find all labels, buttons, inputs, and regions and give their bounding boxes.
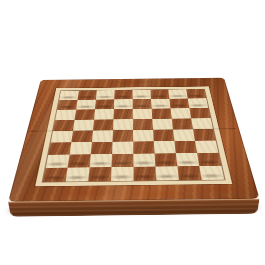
chess-board: ♜♞♝♚♛♝♞♜♟♟♟♟♟♟♟♟♟♟♟♟♟♟♟♟♜♞♝♛♚♝♞♜ <box>8 78 259 202</box>
square-d7 <box>114 99 133 109</box>
square-c8 <box>96 90 115 99</box>
square-f7 <box>151 99 171 109</box>
square-a8 <box>59 91 79 100</box>
square-b8 <box>78 90 97 99</box>
square-h7 <box>188 98 209 108</box>
square-d8 <box>114 90 132 99</box>
square-f8 <box>150 90 169 99</box>
square-c6 <box>94 109 114 119</box>
product-photo-scene: ♜♞♝♚♛♝♞♜♟♟♟♟♟♟♟♟♟♟♟♟♟♟♟♟♜♞♝♛♚♝♞♜ <box>0 0 265 265</box>
square-h6 <box>189 108 210 118</box>
square-a7 <box>57 100 77 110</box>
square-h8 <box>186 89 206 98</box>
square-b7 <box>76 100 96 110</box>
board-front-edge <box>8 199 259 217</box>
square-g7 <box>169 99 189 109</box>
square-e7 <box>133 99 152 109</box>
square-c7 <box>95 99 114 109</box>
square-a6 <box>55 110 76 121</box>
piece-glyph: ♜ <box>198 136 226 180</box>
square-g6 <box>171 108 192 118</box>
square-b6 <box>75 109 95 120</box>
square-e8 <box>133 90 151 99</box>
square-g8 <box>168 89 187 98</box>
